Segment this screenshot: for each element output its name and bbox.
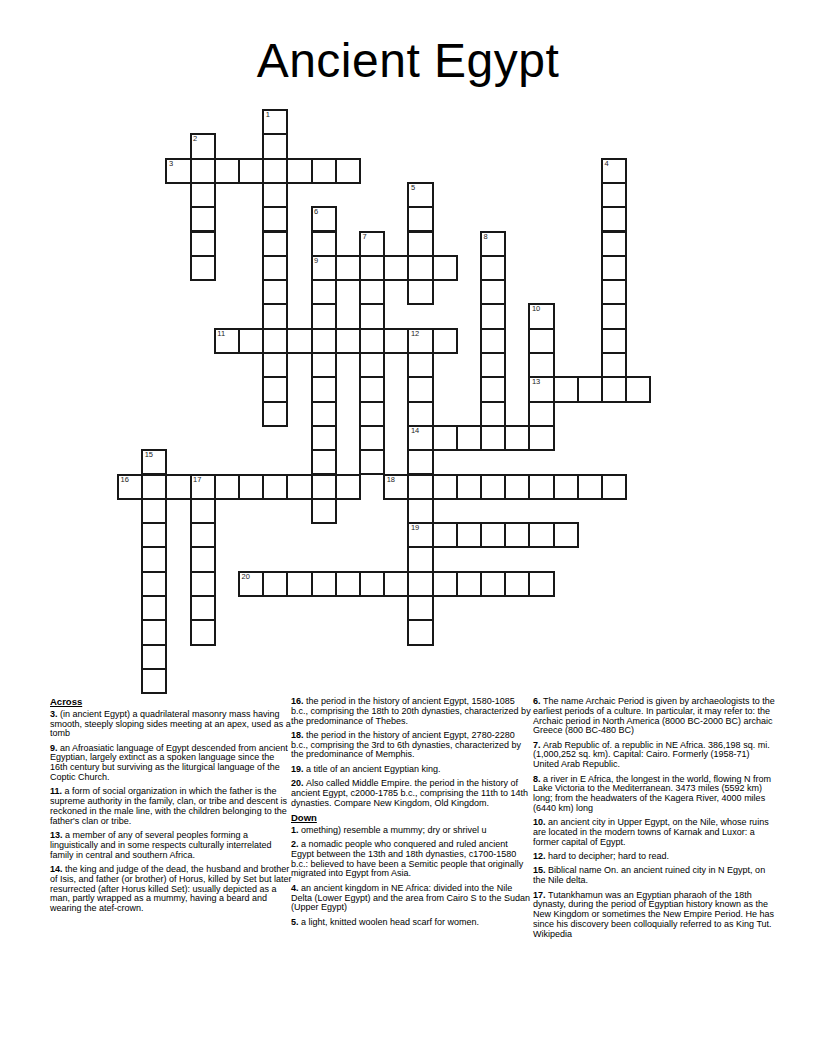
grid-cell-r11-c18[interactable] — [553, 376, 579, 402]
clue-down-6: 6. The name Archaic Period is given by a… — [533, 697, 775, 736]
grid-cell-r10-c20[interactable] — [601, 352, 627, 378]
grid-cell-r13-c16[interactable] — [504, 425, 530, 451]
grid-cell-r19-c3[interactable] — [190, 571, 216, 597]
grid-cell-r9-c9[interactable] — [335, 328, 361, 354]
grid-cell-r20-c3[interactable] — [190, 595, 216, 621]
clue-across-16: 16. the period in the history of ancient… — [291, 697, 533, 726]
clue-column-1: Across3. (in ancient Egypt) a quadrilate… — [50, 697, 292, 918]
grid-cell-r4-c3[interactable] — [190, 206, 216, 232]
grid-cell-r9-c7[interactable] — [286, 328, 312, 354]
grid-cell-r11-c8[interactable] — [311, 376, 337, 402]
clue-down-5: 5. a light, knitted woolen head scarf fo… — [291, 918, 533, 928]
grid-cell-r2-c7[interactable] — [286, 158, 312, 184]
clue-down-12: 12. hard to decipher; hard to read. — [533, 852, 775, 862]
grid-cell-r12-c10[interactable] — [359, 401, 385, 427]
grid-cell-r23-c1[interactable] — [141, 668, 167, 694]
page-title: Ancient Egypt — [0, 33, 816, 88]
grid-cell-r6-c3[interactable] — [190, 255, 216, 281]
clue-down-2: 2. a nomadic people who conquered and ru… — [291, 840, 533, 879]
grid-cell-r1-c3[interactable]: 2 — [190, 133, 216, 159]
clue-number-11: 11 — [217, 329, 225, 339]
grid-cell-r19-c11[interactable] — [383, 571, 409, 597]
grid-cell-r13-c8[interactable] — [311, 425, 337, 451]
clue-across-13: 13. a member of any of several peoples f… — [50, 831, 292, 860]
grid-cell-r4-c8[interactable]: 6 — [311, 206, 337, 232]
grid-cell-r15-c12[interactable] — [407, 474, 433, 500]
grid-cell-r19-c15[interactable] — [480, 571, 506, 597]
clue-down-8: 8. a river in E Africa, the longest in t… — [533, 775, 775, 814]
grid-cell-r11-c20[interactable] — [601, 376, 627, 402]
grid-cell-r2-c2[interactable]: 3 — [165, 158, 191, 184]
grid-cell-r8-c10[interactable] — [359, 303, 385, 329]
grid-cell-r19-c7[interactable] — [286, 571, 312, 597]
grid-cell-r13-c17[interactable] — [528, 425, 554, 451]
grid-cell-r3-c3[interactable] — [190, 182, 216, 208]
clue-across-11: 11. a form of social organization in whi… — [50, 787, 292, 826]
grid-cell-r9-c10[interactable] — [359, 328, 385, 354]
grid-cell-r6-c12[interactable] — [407, 255, 433, 281]
clue-across-18: 18. the period in the history of ancient… — [291, 731, 533, 760]
grid-cell-r17-c14[interactable] — [456, 522, 482, 548]
grid-cell-r17-c1[interactable] — [141, 522, 167, 548]
grid-cell-r2-c5[interactable] — [238, 158, 264, 184]
grid-cell-r4-c6[interactable] — [262, 206, 288, 232]
grid-cell-r15-c5[interactable] — [238, 474, 264, 500]
grid-cell-r19-c16[interactable] — [504, 571, 530, 597]
grid-cell-r13-c12[interactable]: 14 — [407, 425, 433, 451]
grid-cell-r7-c6[interactable] — [262, 279, 288, 305]
grid-cell-r12-c17[interactable] — [528, 401, 554, 427]
clue-across-3: 3. (in ancient Egypt) a quadrilateral ma… — [50, 710, 292, 739]
grid-cell-r17-c3[interactable] — [190, 522, 216, 548]
grid-cell-r11-c10[interactable] — [359, 376, 385, 402]
clue-number-17: 17 — [193, 475, 201, 485]
grid-cell-r5-c3[interactable] — [190, 231, 216, 257]
grid-cell-r1-c6[interactable] — [262, 133, 288, 159]
grid-cell-r17-c13[interactable] — [432, 522, 458, 548]
grid-cell-r6-c20[interactable] — [601, 255, 627, 281]
grid-cell-r15-c0[interactable]: 16 — [117, 474, 143, 500]
grid-cell-r9-c6[interactable] — [262, 328, 288, 354]
grid-cell-r11-c6[interactable] — [262, 376, 288, 402]
grid-cell-r9-c15[interactable] — [480, 328, 506, 354]
grid-cell-r2-c20[interactable]: 4 — [601, 158, 627, 184]
grid-cell-r20-c12[interactable] — [407, 595, 433, 621]
grid-cell-r15-c17[interactable] — [528, 474, 554, 500]
clue-number-8: 8 — [484, 232, 488, 242]
grid-cell-r7-c12[interactable] — [407, 279, 433, 305]
grid-cell-r6-c15[interactable] — [480, 255, 506, 281]
grid-cell-r21-c12[interactable] — [407, 619, 433, 645]
grid-cell-r19-c12[interactable] — [407, 571, 433, 597]
grid-cell-r5-c15[interactable]: 8 — [480, 231, 506, 257]
grid-cell-r21-c1[interactable] — [141, 619, 167, 645]
grid-cell-r19-c10[interactable] — [359, 571, 385, 597]
clue-column-3: 6. The name Archaic Period is given by a… — [533, 697, 775, 944]
grid-cell-r6-c13[interactable] — [432, 255, 458, 281]
grid-cell-r6-c11[interactable] — [383, 255, 409, 281]
grid-cell-r21-c3[interactable] — [190, 619, 216, 645]
grid-cell-r15-c16[interactable] — [504, 474, 530, 500]
grid-cell-r4-c20[interactable] — [601, 206, 627, 232]
grid-cell-r18-c3[interactable] — [190, 546, 216, 572]
grid-cell-r17-c18[interactable] — [553, 522, 579, 548]
grid-cell-r7-c10[interactable] — [359, 279, 385, 305]
grid-cell-r7-c20[interactable] — [601, 279, 627, 305]
grid-cell-r9-c4[interactable]: 11 — [214, 328, 240, 354]
clue-number-13: 13 — [532, 377, 540, 387]
grid-cell-r17-c15[interactable] — [480, 522, 506, 548]
grid-cell-r10-c12[interactable] — [407, 352, 433, 378]
grid-cell-r9-c11[interactable] — [383, 328, 409, 354]
clue-number-12: 12 — [411, 329, 419, 339]
grid-cell-r9-c12[interactable]: 12 — [407, 328, 433, 354]
grid-cell-r2-c8[interactable] — [311, 158, 337, 184]
grid-cell-r15-c11[interactable]: 18 — [383, 474, 409, 500]
clue-number-9: 9 — [314, 256, 318, 266]
grid-cell-r14-c10[interactable] — [359, 449, 385, 475]
grid-cell-r13-c13[interactable] — [432, 425, 458, 451]
grid-cell-r15-c1[interactable] — [141, 474, 167, 500]
down-header: Down — [291, 813, 533, 823]
grid-cell-r15-c8[interactable] — [311, 474, 337, 500]
clue-down-7: 7. Arab Republic of. a republic in NE Af… — [533, 741, 775, 770]
grid-cell-r17-c12[interactable]: 19 — [407, 522, 433, 548]
clue-number-3: 3 — [169, 159, 173, 169]
clue-number-18: 18 — [387, 475, 395, 485]
grid-cell-r19-c13[interactable] — [432, 571, 458, 597]
grid-cell-r19-c1[interactable] — [141, 571, 167, 597]
clue-column-2: 16. the period in the history of ancient… — [291, 697, 533, 932]
grid-cell-r8-c8[interactable] — [311, 303, 337, 329]
grid-cell-r15-c6[interactable] — [262, 474, 288, 500]
grid-cell-r12-c6[interactable] — [262, 401, 288, 427]
grid-cell-r14-c8[interactable] — [311, 449, 337, 475]
grid-cell-r15-c9[interactable] — [335, 474, 361, 500]
grid-cell-r17-c17[interactable] — [528, 522, 554, 548]
grid-cell-r20-c1[interactable] — [141, 595, 167, 621]
grid-cell-r17-c16[interactable] — [504, 522, 530, 548]
grid-cell-r8-c15[interactable] — [480, 303, 506, 329]
grid-cell-r15-c15[interactable] — [480, 474, 506, 500]
crossword-grid: 1234567891011121314151617181920 — [118, 110, 650, 693]
grid-cell-r6-c6[interactable] — [262, 255, 288, 281]
grid-cell-r18-c12[interactable] — [407, 546, 433, 572]
clue-number-10: 10 — [532, 304, 540, 314]
grid-cell-r15-c7[interactable] — [286, 474, 312, 500]
grid-cell-r9-c13[interactable] — [432, 328, 458, 354]
clue-number-19: 19 — [411, 523, 419, 533]
grid-cell-r8-c6[interactable] — [262, 303, 288, 329]
grid-cell-r6-c9[interactable] — [335, 255, 361, 281]
grid-cell-r15-c2[interactable] — [165, 474, 191, 500]
clue-number-1: 1 — [266, 110, 270, 120]
grid-cell-r19-c6[interactable] — [262, 571, 288, 597]
clue-down-1: 1. omething) resemble a mummy; dry or sh… — [291, 826, 533, 836]
grid-cell-r16-c12[interactable] — [407, 498, 433, 524]
grid-cell-r10-c6[interactable] — [262, 352, 288, 378]
grid-cell-r2-c3[interactable] — [190, 158, 216, 184]
grid-cell-r3-c6[interactable] — [262, 182, 288, 208]
grid-cell-r16-c3[interactable] — [190, 498, 216, 524]
grid-cell-r8-c17[interactable]: 10 — [528, 303, 554, 329]
grid-cell-r12-c15[interactable] — [480, 401, 506, 427]
grid-cell-r11-c21[interactable] — [625, 376, 651, 402]
clue-across-9: 9. an Afroasiatic language of Egypt desc… — [50, 744, 292, 783]
grid-cell-r8-c20[interactable] — [601, 303, 627, 329]
grid-cell-r15-c19[interactable] — [577, 474, 603, 500]
clue-number-7: 7 — [363, 232, 367, 242]
grid-cell-r15-c18[interactable] — [553, 474, 579, 500]
grid-cell-r9-c5[interactable] — [238, 328, 264, 354]
clue-across-14: 14. the king and judge of the dead, the … — [50, 865, 292, 914]
clue-down-4: 4. an ancient kingdom in NE Africa: divi… — [291, 884, 533, 913]
grid-cell-r2-c9[interactable] — [335, 158, 361, 184]
grid-cell-r5-c20[interactable] — [601, 231, 627, 257]
clue-number-15: 15 — [145, 450, 153, 460]
grid-cell-r18-c1[interactable] — [141, 546, 167, 572]
across-header: Across — [50, 697, 292, 707]
grid-cell-r15-c3[interactable]: 17 — [190, 474, 216, 500]
crossword-page: { "game": "crossword", "title": "Ancient… — [0, 0, 816, 1056]
grid-cell-r7-c8[interactable] — [311, 279, 337, 305]
clue-across-19: 19. a title of an ancient Egyptian king. — [291, 765, 533, 775]
grid-cell-r11-c12[interactable] — [407, 376, 433, 402]
grid-cell-r11-c17[interactable]: 13 — [528, 376, 554, 402]
clue-across-20: 20. Also called Middle Empire. the perio… — [291, 779, 533, 808]
grid-cell-r10-c10[interactable] — [359, 352, 385, 378]
grid-cell-r11-c19[interactable] — [577, 376, 603, 402]
grid-cell-r9-c20[interactable] — [601, 328, 627, 354]
grid-cell-r19-c17[interactable] — [528, 571, 554, 597]
grid-cell-r13-c14[interactable] — [456, 425, 482, 451]
grid-cell-r3-c12[interactable]: 5 — [407, 182, 433, 208]
grid-cell-r10-c17[interactable] — [528, 352, 554, 378]
grid-cell-r19-c8[interactable] — [311, 571, 337, 597]
grid-cell-r4-c12[interactable] — [407, 206, 433, 232]
grid-cell-r12-c12[interactable] — [407, 401, 433, 427]
grid-cell-r10-c8[interactable] — [311, 352, 337, 378]
grid-cell-r15-c13[interactable] — [432, 474, 458, 500]
clue-number-14: 14 — [411, 426, 419, 436]
grid-cell-r16-c8[interactable] — [311, 498, 337, 524]
grid-cell-r2-c6[interactable] — [262, 158, 288, 184]
grid-cell-r3-c20[interactable] — [601, 182, 627, 208]
grid-cell-r5-c6[interactable] — [262, 231, 288, 257]
grid-cell-r22-c1[interactable] — [141, 644, 167, 670]
grid-cell-r5-c10[interactable]: 7 — [359, 231, 385, 257]
grid-cell-r6-c10[interactable] — [359, 255, 385, 281]
grid-cell-r5-c12[interactable] — [407, 231, 433, 257]
grid-cell-r19-c5[interactable]: 20 — [238, 571, 264, 597]
grid-cell-r9-c17[interactable] — [528, 328, 554, 354]
clue-number-20: 20 — [242, 572, 250, 582]
clue-number-16: 16 — [121, 475, 129, 485]
grid-cell-r13-c10[interactable] — [359, 425, 385, 451]
grid-cell-r16-c1[interactable] — [141, 498, 167, 524]
grid-cell-r12-c8[interactable] — [311, 401, 337, 427]
grid-cell-r7-c15[interactable] — [480, 279, 506, 305]
grid-cell-r10-c15[interactable] — [480, 352, 506, 378]
grid-cell-r0-c6[interactable]: 1 — [262, 109, 288, 135]
grid-cell-r9-c8[interactable] — [311, 328, 337, 354]
clue-down-17: 17. Tutankhamun was an Egyptian pharaoh … — [533, 891, 775, 940]
grid-cell-r6-c8[interactable]: 9 — [311, 255, 337, 281]
grid-cell-r14-c12[interactable] — [407, 449, 433, 475]
grid-cell-r5-c8[interactable] — [311, 231, 337, 257]
grid-cell-r2-c4[interactable] — [214, 158, 240, 184]
grid-cell-r19-c9[interactable] — [335, 571, 361, 597]
grid-cell-r13-c15[interactable] — [480, 425, 506, 451]
grid-cell-r15-c20[interactable] — [601, 474, 627, 500]
clue-number-5: 5 — [411, 183, 415, 193]
clue-number-4: 4 — [605, 159, 609, 169]
grid-cell-r19-c14[interactable] — [456, 571, 482, 597]
clue-down-15: 15. Biblical name On. an ancient ruined … — [533, 866, 775, 886]
grid-cell-r15-c14[interactable] — [456, 474, 482, 500]
grid-cell-r11-c15[interactable] — [480, 376, 506, 402]
clue-down-10: 10. an ancient city in Upper Egypt, on t… — [533, 818, 775, 847]
grid-cell-r14-c1[interactable]: 15 — [141, 449, 167, 475]
clue-number-6: 6 — [314, 207, 318, 217]
clue-number-2: 2 — [193, 134, 197, 144]
grid-cell-r15-c4[interactable] — [214, 474, 240, 500]
